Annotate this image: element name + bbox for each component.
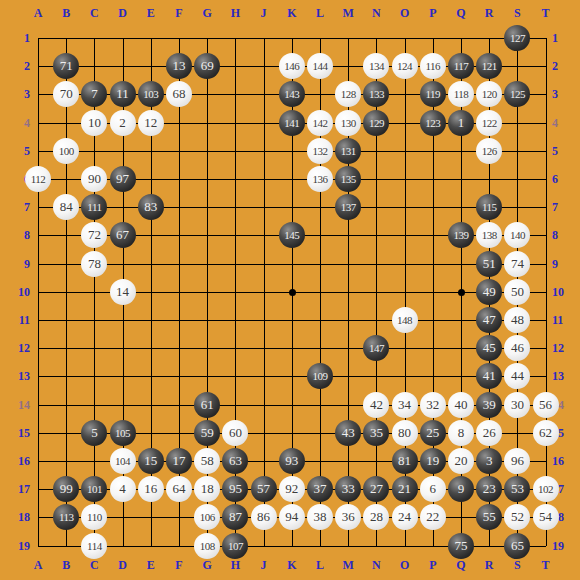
stone-L17[interactable]: 37 [307, 476, 333, 502]
stone-P2[interactable]: 116 [420, 53, 446, 79]
coordinate-label: 10 [6, 285, 30, 299]
stone-N4[interactable]: 129 [363, 110, 389, 136]
coordinate-label: H [223, 558, 247, 572]
coordinate-label: 13 [552, 369, 576, 383]
coordinate-label: G [195, 558, 219, 572]
coordinate-label: 4 [6, 116, 30, 130]
coordinate-label: F [167, 6, 191, 20]
stone-K16[interactable]: 93 [279, 448, 305, 474]
coordinate-label: 5 [552, 144, 576, 158]
coordinate-label: F [167, 558, 191, 572]
coordinate-label: C [82, 558, 106, 572]
coordinate-label: 5 [6, 144, 30, 158]
stone-L4[interactable]: 142 [307, 110, 333, 136]
stone-S13[interactable]: 44 [504, 363, 530, 389]
stone-K8[interactable]: 145 [279, 222, 305, 248]
coordinate-label: 14 [6, 398, 30, 412]
coordinate-label: S [505, 6, 529, 20]
stone-A6[interactable]: 112 [25, 166, 51, 192]
coordinate-label: A [26, 6, 50, 20]
coordinate-label: P [421, 558, 445, 572]
stone-N14[interactable]: 42 [363, 392, 389, 418]
stone-S14[interactable]: 30 [504, 392, 530, 418]
stone-Q2[interactable]: 117 [448, 53, 474, 79]
coordinate-label: E [139, 558, 163, 572]
coordinate-label: Q [449, 6, 473, 20]
stone-E4[interactable]: 12 [138, 110, 164, 136]
stone-B2[interactable]: 71 [53, 53, 79, 79]
coordinate-label: 7 [6, 200, 30, 214]
stone-N3[interactable]: 133 [363, 81, 389, 107]
stone-R7[interactable]: 115 [476, 194, 502, 220]
stone-C19[interactable]: 114 [81, 533, 107, 559]
stone-P14[interactable]: 32 [420, 392, 446, 418]
stone-S1[interactable]: 127 [504, 25, 530, 51]
stone-G18[interactable]: 106 [194, 504, 220, 530]
coordinate-label: B [54, 558, 78, 572]
coordinate-label: 9 [552, 257, 576, 271]
stone-S17[interactable]: 53 [504, 476, 530, 502]
coordinate-label: L [308, 558, 332, 572]
stone-S10[interactable]: 50 [504, 279, 530, 305]
coordinate-label: D [111, 558, 135, 572]
stone-Q19[interactable]: 75 [448, 533, 474, 559]
coordinate-label: 4 [552, 116, 576, 130]
stone-Q3[interactable]: 118 [448, 81, 474, 107]
stone-S18[interactable]: 52 [504, 504, 530, 530]
coordinate-label: 11 [6, 313, 30, 327]
coordinate-label: 16 [552, 454, 576, 468]
stone-E17[interactable]: 16 [138, 476, 164, 502]
stone-J18[interactable]: 86 [251, 504, 277, 530]
stone-R17[interactable]: 23 [476, 476, 502, 502]
stone-P16[interactable]: 19 [420, 448, 446, 474]
stone-B3[interactable]: 70 [53, 81, 79, 107]
coordinate-label: H [223, 6, 247, 20]
stone-B17[interactable]: 99 [53, 476, 79, 502]
coordinate-label: N [364, 558, 388, 572]
stone-O16[interactable]: 81 [392, 448, 418, 474]
stone-S19[interactable]: 65 [504, 533, 530, 559]
stone-C4[interactable]: 10 [81, 110, 107, 136]
stone-P4[interactable]: 123 [420, 110, 446, 136]
stone-R3[interactable]: 120 [476, 81, 502, 107]
stone-P17[interactable]: 6 [420, 476, 446, 502]
stone-Q17[interactable]: 9 [448, 476, 474, 502]
stone-S3[interactable]: 125 [504, 81, 530, 107]
stone-N18[interactable]: 28 [363, 504, 389, 530]
stone-L18[interactable]: 38 [307, 504, 333, 530]
stone-D3[interactable]: 11 [110, 81, 136, 107]
stone-N17[interactable]: 27 [363, 476, 389, 502]
stone-R11[interactable]: 47 [476, 307, 502, 333]
stone-R5[interactable]: 126 [476, 138, 502, 164]
stone-E7[interactable]: 83 [138, 194, 164, 220]
stone-H18[interactable]: 87 [222, 504, 248, 530]
stone-D16[interactable]: 104 [110, 448, 136, 474]
coordinate-label: 2 [552, 59, 576, 73]
stone-C7[interactable]: 111 [81, 194, 107, 220]
stone-T18[interactable]: 54 [533, 504, 559, 530]
stone-K18[interactable]: 94 [279, 504, 305, 530]
coordinate-label: 17 [6, 482, 30, 496]
stone-R13[interactable]: 41 [476, 363, 502, 389]
stone-S8[interactable]: 140 [504, 222, 530, 248]
coordinate-label: 16 [6, 454, 30, 468]
coordinate-label: K [280, 6, 304, 20]
stone-H17[interactable]: 95 [222, 476, 248, 502]
stone-T15[interactable]: 62 [533, 420, 559, 446]
coordinate-label: 19 [6, 539, 30, 553]
coordinate-label: 6 [552, 172, 576, 186]
stone-C9[interactable]: 78 [81, 251, 107, 277]
stone-G14[interactable]: 61 [194, 392, 220, 418]
coordinate-label: 13 [6, 369, 30, 383]
coordinate-label: E [139, 6, 163, 20]
stone-K2[interactable]: 146 [279, 53, 305, 79]
stone-O18[interactable]: 24 [392, 504, 418, 530]
stone-B7[interactable]: 84 [53, 194, 79, 220]
stone-G16[interactable]: 58 [194, 448, 220, 474]
stone-N15[interactable]: 35 [363, 420, 389, 446]
stone-K4[interactable]: 141 [279, 110, 305, 136]
coordinate-label: R [477, 558, 501, 572]
stone-G19[interactable]: 108 [194, 533, 220, 559]
stone-O2[interactable]: 124 [392, 53, 418, 79]
stone-M4[interactable]: 130 [335, 110, 361, 136]
stone-O11[interactable]: 148 [392, 307, 418, 333]
coordinate-label: N [364, 6, 388, 20]
stone-R12[interactable]: 45 [476, 335, 502, 361]
stone-R4[interactable]: 122 [476, 110, 502, 136]
coordinate-label: M [336, 6, 360, 20]
stone-D17[interactable]: 4 [110, 476, 136, 502]
coordinate-label: 12 [552, 341, 576, 355]
stone-S16[interactable]: 96 [504, 448, 530, 474]
stone-M3[interactable]: 128 [335, 81, 361, 107]
stone-N2[interactable]: 134 [363, 53, 389, 79]
coordinate-label: 7 [552, 200, 576, 214]
stone-S11[interactable]: 48 [504, 307, 530, 333]
stone-M17[interactable]: 33 [335, 476, 361, 502]
stone-G2[interactable]: 69 [194, 53, 220, 79]
stone-M6[interactable]: 135 [335, 166, 361, 192]
stone-R15[interactable]: 26 [476, 420, 502, 446]
stone-M15[interactable]: 43 [335, 420, 361, 446]
coordinate-label: 19 [552, 539, 576, 553]
stone-C17[interactable]: 101 [81, 476, 107, 502]
stone-C18[interactable]: 110 [81, 504, 107, 530]
coordinate-label: M [336, 558, 360, 572]
coordinate-label: J [252, 558, 276, 572]
stone-D15[interactable]: 105 [110, 420, 136, 446]
stone-M18[interactable]: 36 [335, 504, 361, 530]
coordinate-label: P [421, 6, 445, 20]
stone-Q4[interactable]: 1 [448, 110, 474, 136]
stone-H16[interactable]: 63 [222, 448, 248, 474]
stone-S12[interactable]: 46 [504, 335, 530, 361]
stone-C6[interactable]: 90 [81, 166, 107, 192]
stone-O17[interactable]: 21 [392, 476, 418, 502]
stone-D10[interactable]: 14 [110, 279, 136, 305]
stone-R2[interactable]: 121 [476, 53, 502, 79]
coordinate-label: 3 [552, 87, 576, 101]
stone-F3[interactable]: 68 [166, 81, 192, 107]
stone-L6[interactable]: 136 [307, 166, 333, 192]
stone-B5[interactable]: 100 [53, 138, 79, 164]
stone-L13[interactable]: 109 [307, 363, 333, 389]
coordinate-label: D [111, 6, 135, 20]
coordinate-label: J [252, 6, 276, 20]
coordinate-label: 1 [6, 31, 30, 45]
coordinate-label: S [505, 558, 529, 572]
stone-C15[interactable]: 5 [81, 420, 107, 446]
coordinate-label: Q [449, 558, 473, 572]
coordinate-label: B [54, 6, 78, 20]
coordinate-label: 8 [6, 228, 30, 242]
coordinate-label: T [534, 558, 558, 572]
stone-D6[interactable]: 97 [110, 166, 136, 192]
stone-E16[interactable]: 15 [138, 448, 164, 474]
stone-O14[interactable]: 34 [392, 392, 418, 418]
coordinate-label: 9 [6, 257, 30, 271]
stone-R9[interactable]: 51 [476, 251, 502, 277]
coordinate-label: 15 [6, 426, 30, 440]
stone-T14[interactable]: 56 [533, 392, 559, 418]
coordinate-label: L [308, 6, 332, 20]
grid-line-vertical [546, 38, 547, 546]
stone-F17[interactable]: 64 [166, 476, 192, 502]
stone-Q14[interactable]: 40 [448, 392, 474, 418]
stone-F2[interactable]: 13 [166, 53, 192, 79]
stone-Q15[interactable]: 8 [448, 420, 474, 446]
stone-J17[interactable]: 57 [251, 476, 277, 502]
coordinate-label: 12 [6, 341, 30, 355]
stone-C3[interactable]: 7 [81, 81, 107, 107]
stone-T17[interactable]: 102 [533, 476, 559, 502]
grid-line-horizontal [38, 348, 546, 349]
stone-R8[interactable]: 138 [476, 222, 502, 248]
coordinate-label: 8 [552, 228, 576, 242]
coordinate-label: G [195, 6, 219, 20]
stone-H15[interactable]: 60 [222, 420, 248, 446]
stone-F16[interactable]: 17 [166, 448, 192, 474]
coordinate-label: R [477, 6, 501, 20]
stone-S9[interactable]: 74 [504, 251, 530, 277]
coordinate-label: 3 [6, 87, 30, 101]
stone-D8[interactable]: 67 [110, 222, 136, 248]
coordinate-label: 2 [6, 59, 30, 73]
coordinate-label: 1 [552, 31, 576, 45]
stone-G17[interactable]: 18 [194, 476, 220, 502]
stone-P15[interactable]: 25 [420, 420, 446, 446]
stone-L2[interactable]: 144 [307, 53, 333, 79]
coordinate-label: C [82, 6, 106, 20]
star-point [458, 289, 465, 296]
stone-B18[interactable]: 113 [53, 504, 79, 530]
stone-R16[interactable]: 3 [476, 448, 502, 474]
stone-K3[interactable]: 143 [279, 81, 305, 107]
coordinate-label: T [534, 6, 558, 20]
coordinate-label: A [26, 558, 50, 572]
stone-H19[interactable]: 107 [222, 533, 248, 559]
stone-N12[interactable]: 147 [363, 335, 389, 361]
coordinate-label: 11 [552, 313, 576, 327]
stone-K17[interactable]: 92 [279, 476, 305, 502]
stone-O15[interactable]: 80 [392, 420, 418, 446]
stone-M5[interactable]: 131 [335, 138, 361, 164]
grid-line-horizontal [38, 376, 546, 377]
stone-D4[interactable]: 2 [110, 110, 136, 136]
stone-R18[interactable]: 55 [476, 504, 502, 530]
stone-P3[interactable]: 119 [420, 81, 446, 107]
coordinate-label: 10 [552, 285, 576, 299]
stone-R14[interactable]: 39 [476, 392, 502, 418]
stone-L5[interactable]: 132 [307, 138, 333, 164]
star-point [289, 289, 296, 296]
stone-G15[interactable]: 59 [194, 420, 220, 446]
go-board-diagram[interactable]: AABBCCDDEEFFGGHHJJKKLLMMNNOOPPQQRRSSTT11… [0, 0, 580, 580]
stone-Q16[interactable]: 20 [448, 448, 474, 474]
stone-R10[interactable]: 49 [476, 279, 502, 305]
stone-M7[interactable]: 137 [335, 194, 361, 220]
coordinate-label: K [280, 558, 304, 572]
coordinate-label: O [393, 6, 417, 20]
coordinate-label: 18 [6, 510, 30, 524]
coordinate-label: O [393, 558, 417, 572]
stone-E3[interactable]: 103 [138, 81, 164, 107]
stone-Q8[interactable]: 139 [448, 222, 474, 248]
grid-line-horizontal [38, 320, 546, 321]
stone-C8[interactable]: 72 [81, 222, 107, 248]
stone-P18[interactable]: 22 [420, 504, 446, 530]
